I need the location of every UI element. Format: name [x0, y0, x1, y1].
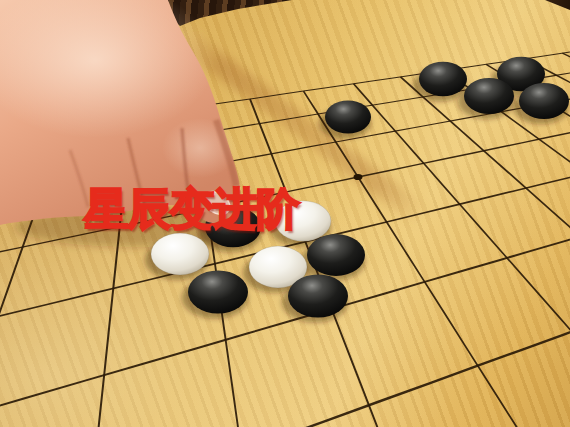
- white-stone: [151, 233, 209, 275]
- grid-column-line: [401, 77, 570, 427]
- black-stone: [519, 83, 569, 119]
- black-stone: [464, 78, 514, 114]
- black-stone: [188, 270, 248, 313]
- star-point: [354, 174, 363, 180]
- black-stone: [307, 234, 365, 276]
- black-stone: [419, 62, 467, 97]
- go-photo-thumbnail[interactable]: 星辰变进阶: [0, 0, 570, 427]
- grid-column-line: [445, 70, 570, 427]
- black-stone: [325, 100, 371, 133]
- grid-column-line: [354, 84, 570, 427]
- grid-row-line: [327, 340, 570, 427]
- caption-text: 星辰变进阶: [84, 187, 299, 231]
- black-stone: [288, 274, 348, 317]
